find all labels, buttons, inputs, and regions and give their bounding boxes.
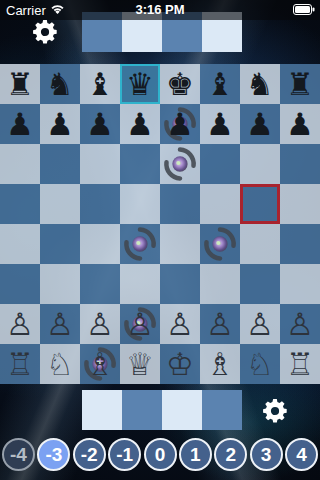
clock: 3:16 PM <box>0 0 320 20</box>
square-h4[interactable] <box>280 224 320 264</box>
square-h2[interactable]: ♙ <box>280 304 320 344</box>
square-c8[interactable]: ♝ <box>80 64 120 104</box>
piece-black-pawn: ♟ <box>86 104 114 144</box>
square-f7[interactable]: ♟ <box>200 104 240 144</box>
square-d7[interactable]: ♟ <box>120 104 160 144</box>
square-b8[interactable]: ♞ <box>40 64 80 104</box>
square-h5[interactable] <box>280 184 320 224</box>
piece-black-pawn: ♟ <box>206 104 234 144</box>
square-c3[interactable] <box>80 264 120 304</box>
piece-black-queen: ♛ <box>126 64 154 104</box>
square-f1[interactable]: ♗ <box>200 344 240 384</box>
piece-white-knight: ♘ <box>246 344 274 384</box>
offset-button-2[interactable]: 2 <box>214 438 247 471</box>
swirl-marker <box>162 146 198 182</box>
offset-button-1[interactable]: 1 <box>179 438 212 471</box>
square-g6[interactable] <box>240 144 280 184</box>
square-b5[interactable] <box>40 184 80 224</box>
piece-white-pawn: ♙ <box>6 304 34 344</box>
square-d3[interactable] <box>120 264 160 304</box>
square-f8[interactable]: ♝ <box>200 64 240 104</box>
square-g8[interactable]: ♞ <box>240 64 280 104</box>
piece-white-pawn: ♙ <box>166 304 194 344</box>
square-c5[interactable] <box>80 184 120 224</box>
offset-button-3[interactable]: 3 <box>250 438 283 471</box>
square-g2[interactable]: ♙ <box>240 304 280 344</box>
square-c7[interactable]: ♟ <box>80 104 120 144</box>
square-b3[interactable] <box>40 264 80 304</box>
offset-button--2[interactable]: -2 <box>73 438 106 471</box>
square-g3[interactable] <box>240 264 280 304</box>
offset-button--3[interactable]: -3 <box>37 438 70 471</box>
square-e4[interactable] <box>160 224 200 264</box>
square-e3[interactable] <box>160 264 200 304</box>
piece-black-bishop: ♝ <box>86 64 114 104</box>
bottom-tray-square-4[interactable] <box>202 390 242 430</box>
piece-white-king: ♔ <box>166 344 194 384</box>
piece-black-rook: ♜ <box>286 64 314 104</box>
square-b4[interactable] <box>40 224 80 264</box>
piece-black-pawn: ♟ <box>6 104 34 144</box>
square-b1[interactable]: ♘ <box>40 344 80 384</box>
square-a7[interactable]: ♟ <box>0 104 40 144</box>
piece-black-pawn: ♟ <box>286 104 314 144</box>
swirl-marker <box>202 226 238 262</box>
piece-black-king: ♚ <box>166 64 194 104</box>
square-h6[interactable] <box>280 144 320 184</box>
square-h7[interactable]: ♟ <box>280 104 320 144</box>
square-h1[interactable]: ♖ <box>280 344 320 384</box>
bottom-extension-row <box>82 390 242 430</box>
piece-white-pawn: ♙ <box>126 304 154 344</box>
square-a5[interactable] <box>0 184 40 224</box>
bottom-tray-square-3[interactable] <box>162 390 202 430</box>
piece-white-bishop: ♗ <box>206 344 234 384</box>
square-e5[interactable] <box>160 184 200 224</box>
square-d4[interactable] <box>120 224 160 264</box>
square-d5[interactable] <box>120 184 160 224</box>
piece-black-bishop: ♝ <box>206 64 234 104</box>
square-g5[interactable] <box>240 184 280 224</box>
square-g1[interactable]: ♘ <box>240 344 280 384</box>
piece-black-knight: ♞ <box>246 64 274 104</box>
offset-button-row: -4-3-2-101234 <box>2 438 318 471</box>
square-a1[interactable]: ♖ <box>0 344 40 384</box>
piece-black-pawn: ♟ <box>126 104 154 144</box>
piece-white-rook: ♖ <box>286 344 314 384</box>
bottom-tray-square-1[interactable] <box>82 390 122 430</box>
square-f4[interactable] <box>200 224 240 264</box>
piece-white-knight: ♘ <box>46 344 74 384</box>
square-e8[interactable]: ♚ <box>160 64 200 104</box>
square-a4[interactable] <box>0 224 40 264</box>
offset-button-4[interactable]: 4 <box>285 438 318 471</box>
square-e7[interactable]: ♟ <box>160 104 200 144</box>
square-f5[interactable] <box>200 184 240 224</box>
piece-white-pawn: ♙ <box>206 304 234 344</box>
bottom-tray-square-2[interactable] <box>122 390 162 430</box>
square-e2[interactable]: ♙ <box>160 304 200 344</box>
square-c6[interactable] <box>80 144 120 184</box>
square-c1[interactable]: ♗ <box>80 344 120 384</box>
offset-button--4[interactable]: -4 <box>2 438 35 471</box>
square-a8[interactable]: ♜ <box>0 64 40 104</box>
square-e1[interactable]: ♔ <box>160 344 200 384</box>
square-c2[interactable]: ♙ <box>80 304 120 344</box>
square-b7[interactable]: ♟ <box>40 104 80 144</box>
piece-white-bishop: ♗ <box>86 344 114 384</box>
piece-white-pawn: ♙ <box>246 304 274 344</box>
settings-gear-button-bottom[interactable] <box>262 398 288 424</box>
piece-black-pawn: ♟ <box>166 104 194 144</box>
square-c4[interactable] <box>80 224 120 264</box>
square-g4[interactable] <box>240 224 280 264</box>
square-d6[interactable] <box>120 144 160 184</box>
square-f6[interactable] <box>200 144 240 184</box>
square-a2[interactable]: ♙ <box>0 304 40 344</box>
piece-white-queen: ♕ <box>126 344 154 384</box>
piece-black-pawn: ♟ <box>246 104 274 144</box>
piece-white-rook: ♖ <box>6 344 34 384</box>
square-d1[interactable]: ♕ <box>120 344 160 384</box>
piece-white-pawn: ♙ <box>46 304 74 344</box>
square-a6[interactable] <box>0 144 40 184</box>
square-h8[interactable]: ♜ <box>280 64 320 104</box>
square-f2[interactable]: ♙ <box>200 304 240 344</box>
square-d8[interactable]: ♛ <box>120 64 160 104</box>
piece-white-pawn: ♙ <box>286 304 314 344</box>
square-d2[interactable]: ♙ <box>120 304 160 344</box>
chess-board: ♜♞♝♛♚♝♞♜♟♟♟♟ ♟♟♟♟ ♙♙♙ <box>0 64 320 384</box>
piece-black-knight: ♞ <box>46 64 74 104</box>
swirl-marker <box>122 226 158 262</box>
status-bar: Carrier 3:16 PM <box>0 0 320 20</box>
square-a3[interactable] <box>0 264 40 304</box>
offset-button-0[interactable]: 0 <box>144 438 177 471</box>
offset-button--1[interactable]: -1 <box>108 438 141 471</box>
piece-white-pawn: ♙ <box>86 304 114 344</box>
square-e6[interactable] <box>160 144 200 184</box>
battery-icon <box>293 3 315 18</box>
square-b2[interactable]: ♙ <box>40 304 80 344</box>
piece-black-rook: ♜ <box>6 64 34 104</box>
settings-gear-button-top[interactable] <box>32 19 58 45</box>
square-g7[interactable]: ♟ <box>240 104 280 144</box>
square-b6[interactable] <box>40 144 80 184</box>
piece-black-pawn: ♟ <box>46 104 74 144</box>
square-h3[interactable] <box>280 264 320 304</box>
square-f3[interactable] <box>200 264 240 304</box>
